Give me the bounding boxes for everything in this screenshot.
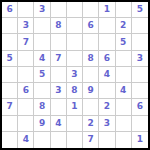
cell-r6c4[interactable]: 3 [51, 83, 67, 99]
cell-r7c2[interactable] [18, 99, 34, 115]
cell-r8c2[interactable] [18, 116, 34, 132]
cell-r1c3[interactable]: 3 [34, 2, 50, 18]
cell-r5c5[interactable]: 3 [67, 67, 83, 83]
cell-r9c3[interactable] [34, 132, 50, 148]
cell-r9c5[interactable] [67, 132, 83, 148]
cell-r3c1[interactable] [2, 34, 18, 50]
cell-r4c1[interactable]: 5 [2, 51, 18, 67]
cell-r6c1[interactable] [2, 83, 18, 99]
cell-r2c9[interactable] [132, 18, 148, 34]
cell-r4c7[interactable]: 6 [99, 51, 115, 67]
cell-r2c6[interactable]: 6 [83, 18, 99, 34]
cell-r3c9[interactable] [132, 34, 148, 50]
cell-r9c9[interactable]: 1 [132, 132, 148, 148]
cell-r5c8[interactable] [116, 67, 132, 83]
cell-r3c7[interactable] [99, 34, 115, 50]
cell-r9c4[interactable] [51, 132, 67, 148]
cell-r8c9[interactable] [132, 116, 148, 132]
cell-r5c6[interactable] [83, 67, 99, 83]
cell-r7c4[interactable] [51, 99, 67, 115]
cell-r6c6[interactable]: 9 [83, 83, 99, 99]
cell-r8c1[interactable] [2, 116, 18, 132]
cell-r4c9[interactable]: 3 [132, 51, 148, 67]
cell-r7c3[interactable]: 8 [34, 99, 50, 115]
cell-r2c5[interactable] [67, 18, 83, 34]
cell-r1c4[interactable] [51, 2, 67, 18]
cell-r9c6[interactable]: 7 [83, 132, 99, 148]
cell-r1c2[interactable] [18, 2, 34, 18]
cell-r1c8[interactable] [116, 2, 132, 18]
cell-r6c5[interactable]: 8 [67, 83, 83, 99]
cell-r1c1[interactable]: 6 [2, 2, 18, 18]
cell-r4c4[interactable]: 7 [51, 51, 67, 67]
cell-r6c9[interactable] [132, 83, 148, 99]
cell-r9c1[interactable] [2, 132, 18, 148]
cell-r5c3[interactable]: 5 [34, 67, 50, 83]
cell-r3c8[interactable]: 5 [116, 34, 132, 50]
cell-r2c2[interactable]: 3 [18, 18, 34, 34]
cell-r3c4[interactable] [51, 34, 67, 50]
cell-r7c1[interactable]: 7 [2, 99, 18, 115]
cell-r9c8[interactable] [116, 132, 132, 148]
cell-r2c7[interactable] [99, 18, 115, 34]
cell-r8c4[interactable]: 4 [51, 116, 67, 132]
cell-r8c7[interactable]: 3 [99, 116, 115, 132]
cell-r4c5[interactable] [67, 51, 83, 67]
cell-r6c7[interactable] [99, 83, 115, 99]
cell-r5c4[interactable] [51, 67, 67, 83]
cell-r6c2[interactable]: 6 [18, 83, 34, 99]
cell-r2c8[interactable]: 2 [116, 18, 132, 34]
cell-r1c7[interactable]: 1 [99, 2, 115, 18]
cell-r4c8[interactable] [116, 51, 132, 67]
cell-r8c6[interactable]: 2 [83, 116, 99, 132]
cell-r7c5[interactable]: 1 [67, 99, 83, 115]
cell-r7c7[interactable]: 2 [99, 99, 115, 115]
sudoku-board: 631538627554786353463894781269423471 [0, 0, 150, 150]
cell-r2c4[interactable]: 8 [51, 18, 67, 34]
cell-r9c7[interactable] [99, 132, 115, 148]
cell-r3c6[interactable] [83, 34, 99, 50]
cell-r6c8[interactable]: 4 [116, 83, 132, 99]
cell-r5c2[interactable] [18, 67, 34, 83]
cell-r9c2[interactable]: 4 [18, 132, 34, 148]
cell-r7c6[interactable] [83, 99, 99, 115]
cell-r4c6[interactable]: 8 [83, 51, 99, 67]
cell-r5c1[interactable] [2, 67, 18, 83]
cell-r7c8[interactable] [116, 99, 132, 115]
cell-r1c9[interactable]: 5 [132, 2, 148, 18]
cell-r1c5[interactable] [67, 2, 83, 18]
cell-r4c2[interactable] [18, 51, 34, 67]
cell-r6c3[interactable] [34, 83, 50, 99]
cell-r4c3[interactable]: 4 [34, 51, 50, 67]
cell-r3c5[interactable] [67, 34, 83, 50]
cell-r2c1[interactable] [2, 18, 18, 34]
cell-r8c3[interactable]: 9 [34, 116, 50, 132]
cell-r2c3[interactable] [34, 18, 50, 34]
cell-r8c8[interactable] [116, 116, 132, 132]
cell-r8c5[interactable] [67, 116, 83, 132]
cell-r7c9[interactable]: 6 [132, 99, 148, 115]
cell-r3c2[interactable]: 7 [18, 34, 34, 50]
cell-r5c9[interactable] [132, 67, 148, 83]
cell-r1c6[interactable] [83, 2, 99, 18]
cell-r3c3[interactable] [34, 34, 50, 50]
cell-r5c7[interactable]: 4 [99, 67, 115, 83]
